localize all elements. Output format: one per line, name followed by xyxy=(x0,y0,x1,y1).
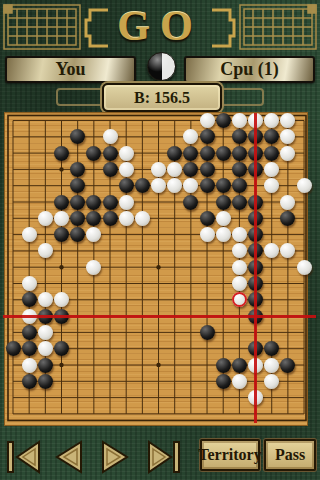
header: GO You Cpu (1) B: 156.5 xyxy=(0,0,320,110)
turn-stone-icon xyxy=(147,52,176,81)
black-stone xyxy=(38,358,53,373)
white-stone xyxy=(22,358,37,373)
white-stone xyxy=(200,227,215,242)
nav-previous-move-button[interactable] xyxy=(50,440,86,474)
black-stone xyxy=(216,358,231,373)
white-stone xyxy=(280,146,295,161)
go-app-screen: GO You Cpu (1) B: 156.5 xyxy=(0,0,320,480)
nav-last-move-button[interactable] xyxy=(146,440,182,474)
pass-button-label: Pass xyxy=(275,446,305,464)
black-stone xyxy=(167,146,182,161)
white-stone xyxy=(38,341,53,356)
score-plate-wing-left xyxy=(56,88,104,106)
white-stone xyxy=(216,227,231,242)
white-stone xyxy=(297,260,312,275)
black-stone xyxy=(216,113,231,128)
white-stone xyxy=(167,162,182,177)
black-stone xyxy=(232,162,247,177)
black-stone xyxy=(22,325,37,340)
black-stone xyxy=(103,162,118,177)
player-name-plate-right: Cpu (1) xyxy=(184,56,315,83)
black-stone xyxy=(280,358,295,373)
white-stone xyxy=(54,211,69,226)
white-stone xyxy=(119,146,134,161)
white-stone xyxy=(216,211,231,226)
bottom-toolbar: Territory Pass xyxy=(0,428,320,480)
black-stone xyxy=(232,146,247,161)
territory-button[interactable]: Territory xyxy=(200,439,260,471)
white-stone xyxy=(264,358,279,373)
nav-first-move-button[interactable] xyxy=(6,440,42,474)
black-stone xyxy=(183,146,198,161)
white-stone xyxy=(119,211,134,226)
white-stone xyxy=(22,227,37,242)
white-stone xyxy=(86,260,101,275)
white-stone xyxy=(232,113,247,128)
black-stone xyxy=(86,195,101,210)
white-stone xyxy=(232,276,247,291)
black-stone xyxy=(232,358,247,373)
black-stone xyxy=(135,178,150,193)
pass-button[interactable]: Pass xyxy=(264,439,316,471)
white-stone xyxy=(200,113,215,128)
white-stone xyxy=(38,211,53,226)
crosshair-horizontal-line xyxy=(3,315,316,318)
black-stone xyxy=(119,178,134,193)
white-stone xyxy=(151,162,166,177)
black-stone xyxy=(70,211,85,226)
black-stone xyxy=(200,129,215,144)
black-stone xyxy=(103,211,118,226)
black-stone xyxy=(232,195,247,210)
black-stone xyxy=(216,146,231,161)
player-name-plate-left: You xyxy=(5,56,136,83)
black-stone xyxy=(22,374,37,389)
black-stone xyxy=(200,325,215,340)
white-stone xyxy=(280,195,295,210)
app-title: GO xyxy=(0,2,320,50)
score-label: B: 156.5 xyxy=(134,89,190,107)
white-stone xyxy=(119,195,134,210)
black-stone xyxy=(54,195,69,210)
black-stone xyxy=(200,211,215,226)
score-plate-wing-right xyxy=(216,88,264,106)
player-right-label: Cpu (1) xyxy=(220,59,279,80)
black-stone xyxy=(264,146,279,161)
black-stone xyxy=(6,341,21,356)
black-stone xyxy=(103,146,118,161)
black-stone xyxy=(54,227,69,242)
black-stone xyxy=(183,195,198,210)
black-stone xyxy=(70,195,85,210)
black-stone xyxy=(38,374,53,389)
territory-button-label: Territory xyxy=(198,446,261,464)
crosshair-vertical-line xyxy=(254,113,257,423)
white-stone xyxy=(297,178,312,193)
black-stone xyxy=(22,292,37,307)
white-stone xyxy=(264,374,279,389)
go-board[interactable] xyxy=(0,110,320,428)
player-left-label: You xyxy=(55,59,85,80)
score-display: B: 156.5 xyxy=(102,83,222,112)
white-stone xyxy=(232,227,247,242)
nav-next-move-button[interactable] xyxy=(98,440,134,474)
black-stone xyxy=(216,195,231,210)
black-stone xyxy=(216,178,231,193)
white-stone xyxy=(232,260,247,275)
black-stone xyxy=(22,341,37,356)
black-stone xyxy=(103,195,118,210)
white-stone xyxy=(38,325,53,340)
black-stone xyxy=(200,162,215,177)
white-stone xyxy=(22,276,37,291)
black-stone xyxy=(200,146,215,161)
black-stone xyxy=(216,374,231,389)
black-stone xyxy=(86,146,101,161)
white-stone xyxy=(232,374,247,389)
white-stone xyxy=(103,129,118,144)
black-stone xyxy=(232,178,247,193)
white-stone xyxy=(135,211,150,226)
black-stone xyxy=(70,162,85,177)
black-stone xyxy=(200,178,215,193)
black-stone xyxy=(54,146,69,161)
white-stone xyxy=(119,162,134,177)
